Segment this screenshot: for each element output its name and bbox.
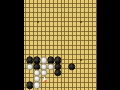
go-board[interactable] <box>24 0 96 90</box>
grid-line-horizontal <box>24 3 96 4</box>
grid-line-horizontal <box>24 45 96 46</box>
star-point <box>80 21 82 23</box>
grid-line-horizontal <box>24 40 96 41</box>
star-point <box>80 59 82 61</box>
grid-line-horizontal <box>24 49 96 50</box>
placement-cursor-icon <box>43 76 48 84</box>
grid-line-horizontal <box>24 26 96 27</box>
left-black-bar <box>0 0 24 90</box>
right-black-bar <box>96 0 120 90</box>
star-point <box>37 21 39 23</box>
video-frame <box>0 0 120 90</box>
grid-line-vertical <box>96 0 97 90</box>
grid-line-horizontal <box>24 54 96 55</box>
grid-line-horizontal <box>24 17 96 18</box>
grid-line-horizontal <box>24 7 96 8</box>
grid-line-horizontal <box>24 12 96 13</box>
grid-line-horizontal <box>24 35 96 36</box>
grid-line-horizontal <box>24 31 96 32</box>
cursor-tail <box>44 80 46 83</box>
black-stone <box>68 63 75 70</box>
grid-line-horizontal <box>24 21 96 22</box>
white-stone <box>33 82 40 89</box>
